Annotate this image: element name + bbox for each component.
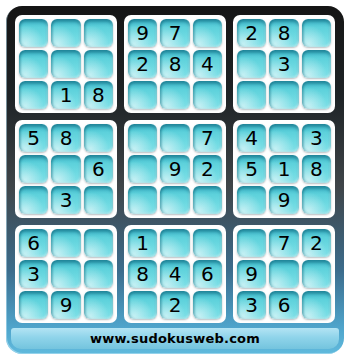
cell-r6c6[interactable]	[193, 186, 222, 214]
cell-r7c6[interactable]	[193, 229, 222, 257]
cell-r8c8[interactable]	[269, 260, 298, 288]
cell-r8c4[interactable]: 8	[128, 260, 157, 288]
box-r2c2: 792	[124, 120, 226, 218]
cell-r7c3[interactable]	[84, 229, 113, 257]
box-r1c1: 18	[15, 15, 117, 113]
cell-r2c5[interactable]: 8	[160, 50, 189, 78]
cell-r8c7[interactable]: 9	[237, 260, 266, 288]
cell-r7c8[interactable]: 7	[269, 229, 298, 257]
cell-r1c5[interactable]: 7	[160, 19, 189, 47]
cell-r2c8[interactable]: 3	[269, 50, 298, 78]
board-frame: 189728428358637924351896391846272936 www…	[6, 6, 344, 354]
cell-r3c3[interactable]: 8	[84, 81, 113, 109]
cell-r5c7[interactable]: 5	[237, 155, 266, 183]
cell-r1c6[interactable]	[193, 19, 222, 47]
cell-r6c7[interactable]	[237, 186, 266, 214]
cell-r8c1[interactable]: 3	[19, 260, 48, 288]
cell-r2c7[interactable]	[237, 50, 266, 78]
cell-r1c8[interactable]: 8	[269, 19, 298, 47]
box-r3c3: 72936	[233, 225, 335, 323]
cell-r5c5[interactable]: 9	[160, 155, 189, 183]
cell-r3c6[interactable]	[193, 81, 222, 109]
box-r2c1: 5863	[15, 120, 117, 218]
sudoku-board: 189728428358637924351896391846272936	[15, 15, 335, 323]
cell-r9c1[interactable]	[19, 291, 48, 319]
cell-r6c5[interactable]	[160, 186, 189, 214]
cell-r9c2[interactable]: 9	[51, 291, 80, 319]
cell-r9c4[interactable]	[128, 291, 157, 319]
cell-r7c4[interactable]: 1	[128, 229, 157, 257]
cell-r8c3[interactable]	[84, 260, 113, 288]
cell-r8c2[interactable]	[51, 260, 80, 288]
cell-r4c8[interactable]	[269, 124, 298, 152]
cell-r5c6[interactable]: 2	[193, 155, 222, 183]
cell-r6c9[interactable]	[302, 186, 331, 214]
cell-r4c4[interactable]	[128, 124, 157, 152]
cell-r4c3[interactable]	[84, 124, 113, 152]
site-url: www.sudokusweb.com	[90, 331, 260, 346]
cell-r3c4[interactable]	[128, 81, 157, 109]
cell-r1c4[interactable]: 9	[128, 19, 157, 47]
cell-r6c3[interactable]	[84, 186, 113, 214]
cell-r4c9[interactable]: 3	[302, 124, 331, 152]
cell-r3c8[interactable]	[269, 81, 298, 109]
cell-r6c8[interactable]: 9	[269, 186, 298, 214]
cell-r7c1[interactable]: 6	[19, 229, 48, 257]
cell-r5c1[interactable]	[19, 155, 48, 183]
sudoku-page: 189728428358637924351896391846272936 www…	[0, 0, 350, 360]
cell-r4c2[interactable]: 8	[51, 124, 80, 152]
cell-r4c6[interactable]: 7	[193, 124, 222, 152]
box-r1c3: 283	[233, 15, 335, 113]
cell-r3c9[interactable]	[302, 81, 331, 109]
cell-r6c1[interactable]	[19, 186, 48, 214]
cell-r5c4[interactable]	[128, 155, 157, 183]
cell-r4c5[interactable]	[160, 124, 189, 152]
cell-r3c5[interactable]	[160, 81, 189, 109]
cell-r9c9[interactable]	[302, 291, 331, 319]
cell-r7c7[interactable]	[237, 229, 266, 257]
cell-r2c9[interactable]	[302, 50, 331, 78]
cell-r7c9[interactable]: 2	[302, 229, 331, 257]
cell-r3c1[interactable]	[19, 81, 48, 109]
cell-r9c6[interactable]	[193, 291, 222, 319]
cell-r6c4[interactable]	[128, 186, 157, 214]
cell-r1c9[interactable]	[302, 19, 331, 47]
cell-r6c2[interactable]: 3	[51, 186, 80, 214]
cell-r5c9[interactable]: 8	[302, 155, 331, 183]
cell-r3c2[interactable]: 1	[51, 81, 80, 109]
cell-r5c2[interactable]	[51, 155, 80, 183]
cell-r2c4[interactable]: 2	[128, 50, 157, 78]
cell-r5c8[interactable]: 1	[269, 155, 298, 183]
cell-r9c3[interactable]	[84, 291, 113, 319]
cell-r7c5[interactable]	[160, 229, 189, 257]
cell-r4c1[interactable]: 5	[19, 124, 48, 152]
box-r1c2: 97284	[124, 15, 226, 113]
cell-r4c7[interactable]: 4	[237, 124, 266, 152]
box-r2c3: 435189	[233, 120, 335, 218]
cell-r9c8[interactable]: 6	[269, 291, 298, 319]
box-r3c2: 18462	[124, 225, 226, 323]
footer-strip: www.sudokusweb.com	[11, 328, 339, 349]
cell-r2c1[interactable]	[19, 50, 48, 78]
cell-r7c2[interactable]	[51, 229, 80, 257]
cell-r1c1[interactable]	[19, 19, 48, 47]
cell-r1c3[interactable]	[84, 19, 113, 47]
cell-r2c2[interactable]	[51, 50, 80, 78]
cell-r8c9[interactable]	[302, 260, 331, 288]
cell-r1c7[interactable]: 2	[237, 19, 266, 47]
cell-r1c2[interactable]	[51, 19, 80, 47]
cell-r9c7[interactable]: 3	[237, 291, 266, 319]
cell-r8c6[interactable]: 6	[193, 260, 222, 288]
cell-r3c7[interactable]	[237, 81, 266, 109]
cell-r8c5[interactable]: 4	[160, 260, 189, 288]
cell-r2c6[interactable]: 4	[193, 50, 222, 78]
box-r3c1: 639	[15, 225, 117, 323]
cell-r2c3[interactable]	[84, 50, 113, 78]
cell-r5c3[interactable]: 6	[84, 155, 113, 183]
cell-r9c5[interactable]: 2	[160, 291, 189, 319]
